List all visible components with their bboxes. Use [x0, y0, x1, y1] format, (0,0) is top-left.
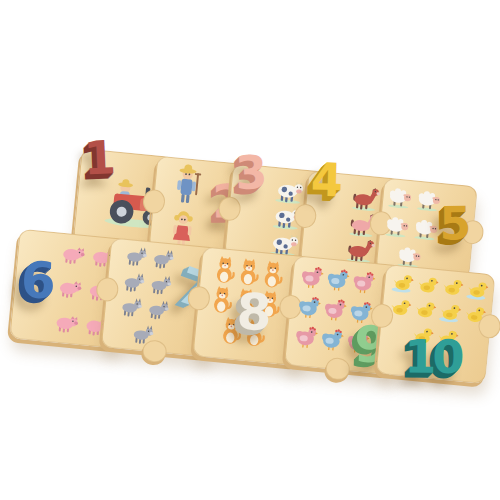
horse-icon: [349, 184, 381, 212]
donkey-icon: [120, 270, 147, 293]
duck-icon: [437, 301, 462, 324]
hen-icon: [295, 294, 321, 320]
duck-icon: [414, 273, 439, 296]
pig-icon: [51, 311, 81, 335]
hen-icon: [298, 264, 324, 290]
number-piece-6[interactable]: 6: [20, 255, 54, 306]
number-piece-5[interactable]: 5: [439, 200, 469, 246]
cat-icon: [213, 254, 238, 284]
farmer-icon: [169, 161, 205, 208]
number-piece-4[interactable]: 4: [310, 156, 341, 203]
sheep-icon: [383, 214, 412, 238]
hen-icon: [324, 267, 350, 293]
donkey-icon: [150, 247, 177, 270]
duck-icon: [412, 298, 437, 321]
number-piece-3[interactable]: 3: [234, 149, 266, 196]
duck-icon: [464, 278, 489, 301]
number-puzzle-board: 12345 678910: [1, 142, 486, 382]
duck-icon: [387, 296, 412, 319]
donkey-icon: [145, 299, 172, 322]
pig-icon: [54, 277, 84, 301]
cat-icon: [236, 257, 261, 287]
number-piece-10[interactable]: 10: [404, 334, 460, 380]
number-piece-1[interactable]: 1: [83, 134, 115, 181]
hen-icon: [293, 323, 319, 349]
donkey-icon: [118, 296, 145, 319]
hen-icon: [319, 326, 345, 352]
donkey-icon: [129, 323, 156, 346]
product-photo: 12345 678910: [0, 0, 500, 500]
cat-icon: [210, 284, 235, 314]
duck-icon: [389, 270, 414, 293]
duck-icon: [439, 275, 464, 298]
hen-icon: [321, 296, 347, 322]
puzzle-tile-10: 10: [376, 264, 496, 384]
duck-icon: [462, 303, 487, 326]
sheep-icon: [412, 216, 441, 240]
donkey-icon: [123, 245, 150, 268]
pig-icon: [58, 243, 88, 267]
sheep-icon: [386, 185, 415, 209]
hen-icon: [350, 269, 376, 295]
cow-icon: [272, 177, 306, 205]
number-piece-8[interactable]: 8: [236, 287, 270, 338]
donkey-icon: [147, 273, 174, 296]
